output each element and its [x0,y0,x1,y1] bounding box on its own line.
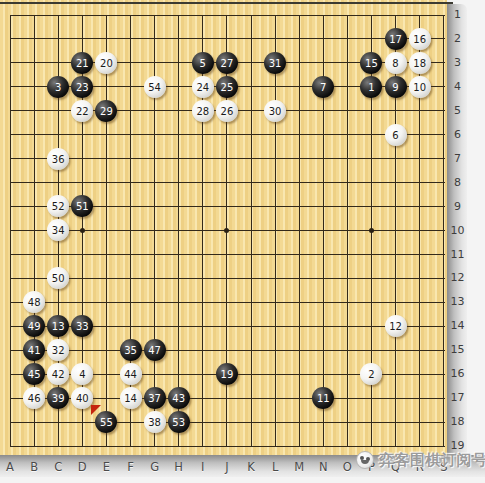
intersection-A13[interactable] [0,290,22,314]
intersection-J5[interactable]: 26 [215,99,239,123]
intersection-E3[interactable]: 20 [94,51,118,75]
intersection-R7[interactable] [408,147,432,171]
intersection-H14[interactable] [167,314,191,338]
intersection-Q3[interactable]: 8 [384,51,408,75]
intersection-M14[interactable] [287,314,311,338]
intersection-N18[interactable] [311,410,335,434]
intersection-C18[interactable] [46,410,70,434]
intersection-P11[interactable] [359,242,383,266]
intersection-M9[interactable] [287,195,311,219]
intersection-F8[interactable] [118,171,142,195]
intersection-C12[interactable]: 50 [46,266,70,290]
intersection-G15[interactable]: 47 [143,338,167,362]
intersection-M6[interactable] [287,123,311,147]
intersection-K9[interactable] [239,195,263,219]
intersection-Q1[interactable] [384,3,408,27]
intersection-I10[interactable] [191,218,215,242]
intersection-O6[interactable] [335,123,359,147]
intersection-J10[interactable] [215,218,239,242]
intersection-O18[interactable] [335,410,359,434]
intersection-F2[interactable] [118,27,142,51]
intersection-P18[interactable] [359,410,383,434]
intersection-E18[interactable]: 55 [94,410,118,434]
intersection-R16[interactable] [408,362,432,386]
intersection-R4[interactable]: 10 [408,75,432,99]
intersection-E1[interactable] [94,3,118,27]
intersection-A1[interactable] [0,3,22,27]
intersection-M11[interactable] [287,242,311,266]
intersection-J7[interactable] [215,147,239,171]
intersection-B6[interactable] [22,123,46,147]
intersection-J6[interactable] [215,123,239,147]
intersection-P14[interactable] [359,314,383,338]
intersection-B12[interactable] [22,266,46,290]
intersection-K17[interactable] [239,386,263,410]
intersection-R8[interactable] [408,171,432,195]
intersection-N17[interactable]: 11 [311,386,335,410]
intersection-A15[interactable] [0,338,22,362]
intersection-N2[interactable] [311,27,335,51]
intersection-H5[interactable] [167,99,191,123]
intersection-R9[interactable] [408,195,432,219]
intersection-I11[interactable] [191,242,215,266]
intersection-M13[interactable] [287,290,311,314]
intersection-C15[interactable]: 32 [46,338,70,362]
intersection-C17[interactable]: 39 [46,386,70,410]
intersection-B3[interactable] [22,51,46,75]
intersection-I8[interactable] [191,171,215,195]
intersection-O13[interactable] [335,290,359,314]
intersection-D9[interactable]: 51 [70,195,94,219]
intersection-F15[interactable]: 35 [118,338,142,362]
intersection-D12[interactable] [70,266,94,290]
intersection-G18[interactable]: 38 [143,410,167,434]
intersection-O1[interactable] [335,3,359,27]
intersection-L16[interactable] [263,362,287,386]
intersection-F5[interactable] [118,99,142,123]
intersection-H16[interactable] [167,362,191,386]
intersection-P7[interactable] [359,147,383,171]
intersection-O2[interactable] [335,27,359,51]
intersection-I5[interactable]: 28 [191,99,215,123]
intersection-A7[interactable] [0,147,22,171]
intersection-O8[interactable] [335,171,359,195]
intersection-E5[interactable]: 29 [94,99,118,123]
intersection-Q14[interactable]: 12 [384,314,408,338]
intersection-A11[interactable] [0,242,22,266]
intersection-I2[interactable] [191,27,215,51]
intersection-H18[interactable]: 53 [167,410,191,434]
intersection-I9[interactable] [191,195,215,219]
intersection-M12[interactable] [287,266,311,290]
intersection-I16[interactable] [191,362,215,386]
intersection-I12[interactable] [191,266,215,290]
intersection-B16[interactable]: 45 [22,362,46,386]
intersection-P15[interactable] [359,338,383,362]
intersection-J12[interactable] [215,266,239,290]
intersection-G9[interactable] [143,195,167,219]
intersection-L14[interactable] [263,314,287,338]
intersection-L4[interactable] [263,75,287,99]
intersection-E2[interactable] [94,27,118,51]
intersection-P10[interactable] [359,218,383,242]
intersection-R18[interactable] [408,410,432,434]
intersection-C6[interactable] [46,123,70,147]
intersection-P1[interactable] [359,3,383,27]
intersection-K13[interactable] [239,290,263,314]
go-board[interactable]: 1716212052731158183235424257191022292826… [0,0,447,455]
intersection-P3[interactable]: 15 [359,51,383,75]
intersection-A9[interactable] [0,195,22,219]
intersection-R5[interactable] [408,99,432,123]
intersection-N16[interactable] [311,362,335,386]
intersection-F11[interactable] [118,242,142,266]
intersection-O11[interactable] [335,242,359,266]
intersection-N1[interactable] [311,3,335,27]
intersection-A17[interactable] [0,386,22,410]
intersection-L6[interactable] [263,123,287,147]
intersection-E16[interactable] [94,362,118,386]
intersection-N5[interactable] [311,99,335,123]
intersection-R12[interactable] [408,266,432,290]
intersection-A18[interactable] [0,410,22,434]
intersection-A16[interactable] [0,362,22,386]
intersection-H12[interactable] [167,266,191,290]
intersection-D15[interactable] [70,338,94,362]
intersection-D10[interactable] [70,218,94,242]
intersection-A3[interactable] [0,51,22,75]
intersection-B18[interactable] [22,410,46,434]
intersection-A12[interactable] [0,266,22,290]
intersection-F17[interactable]: 14 [118,386,142,410]
intersection-J15[interactable] [215,338,239,362]
intersection-M16[interactable] [287,362,311,386]
intersection-G3[interactable] [143,51,167,75]
intersection-M5[interactable] [287,99,311,123]
intersection-E11[interactable] [94,242,118,266]
intersection-A14[interactable] [0,314,22,338]
intersection-P12[interactable] [359,266,383,290]
intersection-G11[interactable] [143,242,167,266]
intersection-J8[interactable] [215,171,239,195]
intersection-N11[interactable] [311,242,335,266]
intersection-D13[interactable] [70,290,94,314]
intersection-A2[interactable] [0,27,22,51]
intersection-L2[interactable] [263,27,287,51]
intersection-C5[interactable] [46,99,70,123]
intersection-F16[interactable]: 44 [118,362,142,386]
intersection-K16[interactable] [239,362,263,386]
intersection-H11[interactable] [167,242,191,266]
intersection-M18[interactable] [287,410,311,434]
intersection-D5[interactable]: 22 [70,99,94,123]
intersection-G10[interactable] [143,218,167,242]
intersection-P8[interactable] [359,171,383,195]
intersection-L10[interactable] [263,218,287,242]
intersection-A4[interactable] [0,75,22,99]
intersection-M7[interactable] [287,147,311,171]
intersection-O3[interactable] [335,51,359,75]
intersection-L11[interactable] [263,242,287,266]
intersection-J11[interactable] [215,242,239,266]
intersection-H6[interactable] [167,123,191,147]
intersection-C3[interactable] [46,51,70,75]
intersection-R6[interactable] [408,123,432,147]
intersection-D2[interactable] [70,27,94,51]
intersection-P5[interactable] [359,99,383,123]
intersection-O12[interactable] [335,266,359,290]
intersection-J16[interactable]: 19 [215,362,239,386]
intersection-Q16[interactable] [384,362,408,386]
intersection-E8[interactable] [94,171,118,195]
intersection-N4[interactable]: 7 [311,75,335,99]
intersection-K10[interactable] [239,218,263,242]
intersection-O17[interactable] [335,386,359,410]
intersection-B15[interactable]: 41 [22,338,46,362]
intersection-J1[interactable] [215,3,239,27]
intersection-Q7[interactable] [384,147,408,171]
intersection-H7[interactable] [167,147,191,171]
intersection-G8[interactable] [143,171,167,195]
intersection-K1[interactable] [239,3,263,27]
intersection-I14[interactable] [191,314,215,338]
intersection-I1[interactable] [191,3,215,27]
intersection-G17[interactable]: 37 [143,386,167,410]
intersection-C1[interactable] [46,3,70,27]
intersection-A6[interactable] [0,123,22,147]
intersection-N14[interactable] [311,314,335,338]
intersection-I3[interactable]: 5 [191,51,215,75]
intersection-B13[interactable]: 48 [22,290,46,314]
intersection-B7[interactable] [22,147,46,171]
intersection-A5[interactable] [0,99,22,123]
intersection-D8[interactable] [70,171,94,195]
intersection-Q6[interactable]: 6 [384,123,408,147]
intersection-B11[interactable] [22,242,46,266]
intersection-P13[interactable] [359,290,383,314]
intersection-E13[interactable] [94,290,118,314]
intersection-J3[interactable]: 27 [215,51,239,75]
intersection-N12[interactable] [311,266,335,290]
intersection-P9[interactable] [359,195,383,219]
intersection-R3[interactable]: 18 [408,51,432,75]
intersection-E10[interactable] [94,218,118,242]
intersection-H15[interactable] [167,338,191,362]
intersection-P6[interactable] [359,123,383,147]
intersection-L1[interactable] [263,3,287,27]
intersection-B1[interactable] [22,3,46,27]
intersection-H8[interactable] [167,171,191,195]
intersection-E12[interactable] [94,266,118,290]
intersection-M8[interactable] [287,171,311,195]
intersection-B8[interactable] [22,171,46,195]
intersection-K2[interactable] [239,27,263,51]
intersection-H3[interactable] [167,51,191,75]
intersection-L13[interactable] [263,290,287,314]
intersection-C9[interactable]: 52 [46,195,70,219]
intersection-C7[interactable]: 36 [46,147,70,171]
intersection-O5[interactable] [335,99,359,123]
intersection-I6[interactable] [191,123,215,147]
intersection-B5[interactable] [22,99,46,123]
intersection-H1[interactable] [167,3,191,27]
intersection-L17[interactable] [263,386,287,410]
intersection-C10[interactable]: 34 [46,218,70,242]
intersection-O9[interactable] [335,195,359,219]
intersection-L15[interactable] [263,338,287,362]
intersection-B17[interactable]: 46 [22,386,46,410]
intersection-K8[interactable] [239,171,263,195]
intersection-B2[interactable] [22,27,46,51]
intersection-D6[interactable] [70,123,94,147]
intersection-L8[interactable] [263,171,287,195]
intersection-Q11[interactable] [384,242,408,266]
intersection-C11[interactable] [46,242,70,266]
intersection-Q12[interactable] [384,266,408,290]
intersection-I17[interactable] [191,386,215,410]
intersection-L18[interactable] [263,410,287,434]
intersection-G7[interactable] [143,147,167,171]
intersection-A10[interactable] [0,218,22,242]
intersection-L5[interactable]: 30 [263,99,287,123]
intersection-H17[interactable]: 43 [167,386,191,410]
intersection-F10[interactable] [118,218,142,242]
intersection-G6[interactable] [143,123,167,147]
intersection-D3[interactable]: 21 [70,51,94,75]
intersection-Q18[interactable] [384,410,408,434]
intersection-Q17[interactable] [384,386,408,410]
intersection-I7[interactable] [191,147,215,171]
intersection-G13[interactable] [143,290,167,314]
intersection-G4[interactable]: 54 [143,75,167,99]
intersection-O14[interactable] [335,314,359,338]
intersection-F14[interactable] [118,314,142,338]
intersection-M4[interactable] [287,75,311,99]
intersection-H4[interactable] [167,75,191,99]
intersection-I18[interactable] [191,410,215,434]
intersection-Q5[interactable] [384,99,408,123]
intersection-E15[interactable] [94,338,118,362]
intersection-K12[interactable] [239,266,263,290]
intersection-K6[interactable] [239,123,263,147]
intersection-D14[interactable]: 33 [70,314,94,338]
intersection-N3[interactable] [311,51,335,75]
intersection-H13[interactable] [167,290,191,314]
intersection-E4[interactable] [94,75,118,99]
intersection-D7[interactable] [70,147,94,171]
intersection-F13[interactable] [118,290,142,314]
intersection-Q10[interactable] [384,218,408,242]
intersection-D16[interactable]: 4 [70,362,94,386]
intersection-D4[interactable]: 23 [70,75,94,99]
intersection-R11[interactable] [408,242,432,266]
intersection-N13[interactable] [311,290,335,314]
intersection-G14[interactable] [143,314,167,338]
intersection-B14[interactable]: 49 [22,314,46,338]
intersection-Q9[interactable] [384,195,408,219]
intersection-F12[interactable] [118,266,142,290]
intersection-J17[interactable] [215,386,239,410]
intersection-N15[interactable] [311,338,335,362]
intersection-K11[interactable] [239,242,263,266]
intersection-A8[interactable] [0,171,22,195]
intersection-J9[interactable] [215,195,239,219]
intersection-M1[interactable] [287,3,311,27]
intersection-G16[interactable] [143,362,167,386]
intersection-B9[interactable] [22,195,46,219]
intersection-L9[interactable] [263,195,287,219]
intersection-M3[interactable] [287,51,311,75]
intersection-Q8[interactable] [384,171,408,195]
intersection-L7[interactable] [263,147,287,171]
intersection-G1[interactable] [143,3,167,27]
intersection-R10[interactable] [408,218,432,242]
intersection-J18[interactable] [215,410,239,434]
intersection-E14[interactable] [94,314,118,338]
intersection-P17[interactable] [359,386,383,410]
intersection-H9[interactable] [167,195,191,219]
intersection-K15[interactable] [239,338,263,362]
intersection-R14[interactable] [408,314,432,338]
intersection-N10[interactable] [311,218,335,242]
intersection-C13[interactable] [46,290,70,314]
intersection-Q4[interactable]: 9 [384,75,408,99]
intersection-M2[interactable] [287,27,311,51]
intersection-G2[interactable] [143,27,167,51]
intersection-M17[interactable] [287,386,311,410]
intersection-C14[interactable]: 13 [46,314,70,338]
intersection-O4[interactable] [335,75,359,99]
intersection-P2[interactable] [359,27,383,51]
intersection-K4[interactable] [239,75,263,99]
intersection-L12[interactable] [263,266,287,290]
intersection-F7[interactable] [118,147,142,171]
intersection-D1[interactable] [70,3,94,27]
intersection-P4[interactable]: 1 [359,75,383,99]
intersection-O7[interactable] [335,147,359,171]
intersection-C16[interactable]: 42 [46,362,70,386]
intersection-J2[interactable] [215,27,239,51]
intersection-R2[interactable]: 16 [408,27,432,51]
intersection-K18[interactable] [239,410,263,434]
intersection-F1[interactable] [118,3,142,27]
intersection-I4[interactable]: 24 [191,75,215,99]
intersection-N6[interactable] [311,123,335,147]
intersection-Q15[interactable] [384,338,408,362]
intersection-O10[interactable] [335,218,359,242]
intersection-F9[interactable] [118,195,142,219]
intersection-C2[interactable] [46,27,70,51]
intersection-I13[interactable] [191,290,215,314]
intersection-B4[interactable] [22,75,46,99]
intersection-F6[interactable] [118,123,142,147]
intersection-E7[interactable] [94,147,118,171]
intersection-E6[interactable] [94,123,118,147]
intersection-K3[interactable] [239,51,263,75]
intersection-O16[interactable] [335,362,359,386]
intersection-I15[interactable] [191,338,215,362]
intersection-Q13[interactable] [384,290,408,314]
intersection-Q2[interactable]: 17 [384,27,408,51]
intersection-O15[interactable] [335,338,359,362]
intersection-K5[interactable] [239,99,263,123]
intersection-J14[interactable] [215,314,239,338]
intersection-M10[interactable] [287,218,311,242]
intersection-C8[interactable] [46,171,70,195]
intersection-J13[interactable] [215,290,239,314]
intersection-D11[interactable] [70,242,94,266]
intersection-R13[interactable] [408,290,432,314]
